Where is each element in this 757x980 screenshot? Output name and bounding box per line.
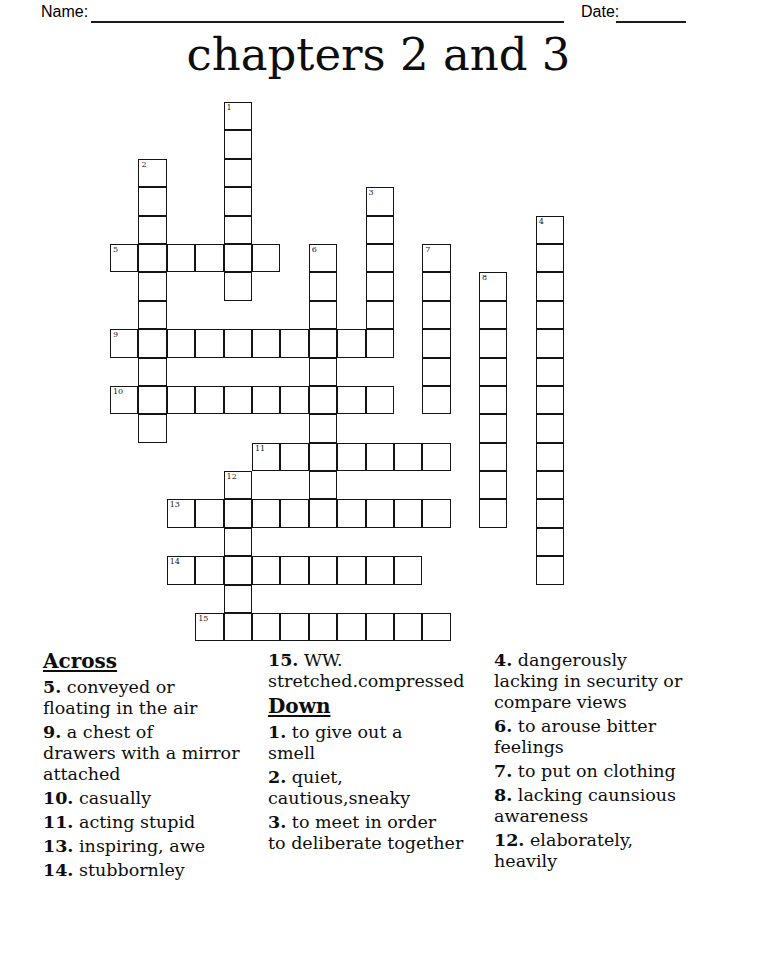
grid-cell[interactable]: [479, 471, 507, 499]
crossword-grid: 123456789101112131415: [110, 102, 564, 641]
grid-cell[interactable]: [536, 301, 564, 329]
clue-text: dangerously lacking in security or compa…: [494, 650, 682, 712]
grid-cell[interactable]: [479, 386, 507, 414]
date-field-line: [616, 3, 686, 23]
clue-number-label: 7.: [494, 761, 512, 781]
grid-cell[interactable]: [309, 272, 337, 300]
clue-item: 13. inspiring, awe: [43, 836, 273, 857]
cell-number: 10: [113, 387, 123, 396]
clues-section: Across5. conveyed or floating in the air…: [0, 650, 757, 950]
grid-cell[interactable]: [167, 329, 195, 357]
clue-text: lacking caunsious awareness: [494, 785, 676, 826]
grid-cell[interactable]: [224, 216, 252, 244]
grid-cell[interactable]: [195, 556, 223, 584]
grid-cell[interactable]: [280, 386, 308, 414]
grid-cell[interactable]: [309, 414, 337, 442]
clue-text: quiet, cautious,sneaky: [268, 767, 410, 808]
grid-cell[interactable]: [337, 386, 365, 414]
grid-cell[interactable]: [422, 272, 450, 300]
grid-cell[interactable]: [138, 329, 166, 357]
grid-cell[interactable]: [422, 443, 450, 471]
grid-cell[interactable]: [224, 585, 252, 613]
grid-cell[interactable]: [309, 471, 337, 499]
clue-text: casually: [73, 788, 151, 808]
clue-heading-across: Across: [43, 650, 273, 672]
clue-number-label: 6.: [494, 716, 512, 736]
grid-cell[interactable]: [366, 244, 394, 272]
grid-cell[interactable]: [280, 556, 308, 584]
cell-number: 9: [113, 330, 118, 339]
grid-cell[interactable]: 10: [110, 386, 138, 414]
cell-number: 1: [227, 103, 232, 112]
clue-number-label: 8.: [494, 785, 512, 805]
grid-cell[interactable]: [536, 358, 564, 386]
grid-cell[interactable]: [337, 613, 365, 641]
grid-cell[interactable]: [536, 471, 564, 499]
grid-cell[interactable]: [138, 244, 166, 272]
clue-number-label: 5.: [43, 677, 61, 697]
grid-cell[interactable]: [422, 301, 450, 329]
grid-cell[interactable]: [479, 499, 507, 527]
clue-text: to arouse bitter feelings: [494, 716, 656, 757]
cell-number: 13: [170, 500, 180, 509]
grid-cell[interactable]: [366, 272, 394, 300]
grid-cell[interactable]: [536, 528, 564, 556]
grid-cell[interactable]: 3: [366, 187, 394, 215]
grid-cell[interactable]: [366, 329, 394, 357]
grid-cell[interactable]: [309, 301, 337, 329]
grid-cell[interactable]: [366, 499, 394, 527]
grid-cell[interactable]: [479, 301, 507, 329]
grid-cell[interactable]: [224, 556, 252, 584]
grid-cell[interactable]: [252, 386, 280, 414]
clue-column: 15. WW. stretched.compressedDown1. to gi…: [268, 650, 486, 857]
grid-cell[interactable]: 8: [479, 272, 507, 300]
grid-cell[interactable]: [195, 499, 223, 527]
grid-cell[interactable]: [138, 187, 166, 215]
cell-number: 11: [255, 444, 265, 453]
grid-cell[interactable]: [394, 499, 422, 527]
clue-item: 10. casually: [43, 788, 273, 809]
cell-number: 12: [227, 472, 237, 481]
clue-text: stubbornley: [73, 860, 184, 880]
cell-number: 8: [482, 273, 487, 282]
clue-number-label: 13.: [43, 836, 73, 856]
grid-cell[interactable]: 1: [224, 102, 252, 130]
grid-cell[interactable]: [366, 301, 394, 329]
clue-text: inspiring, awe: [73, 836, 205, 856]
cell-number: 5: [113, 245, 118, 254]
clue-number-label: 2.: [268, 767, 286, 787]
grid-cell[interactable]: [309, 443, 337, 471]
clue-text: acting stupid: [73, 812, 195, 832]
clue-item: 15. WW. stretched.compressed: [268, 650, 486, 692]
grid-cell[interactable]: [224, 130, 252, 158]
grid-cell[interactable]: 12: [224, 471, 252, 499]
clue-item: 7. to put on clothing: [494, 761, 716, 782]
grid-cell[interactable]: [366, 216, 394, 244]
grid-cell[interactable]: [536, 386, 564, 414]
grid-cell[interactable]: [337, 443, 365, 471]
grid-cell[interactable]: [479, 414, 507, 442]
clue-heading-down: Down: [268, 695, 486, 717]
grid-cell[interactable]: 9: [110, 329, 138, 357]
clue-number-label: 4.: [494, 650, 512, 670]
grid-cell[interactable]: 6: [309, 244, 337, 272]
grid-cell[interactable]: [536, 556, 564, 584]
clue-text: to give out a smell: [268, 722, 402, 763]
clue-item: 4. dangerously lacking in security or co…: [494, 650, 716, 713]
grid-cell[interactable]: [252, 556, 280, 584]
grid-cell[interactable]: [280, 329, 308, 357]
grid-cell[interactable]: 7: [422, 244, 450, 272]
grid-cell[interactable]: [195, 386, 223, 414]
grid-cell[interactable]: [252, 244, 280, 272]
clue-text: to meet in order to deliberate together: [268, 812, 463, 853]
date-label: Date:: [581, 3, 619, 21]
grid-cell[interactable]: [337, 329, 365, 357]
name-label: Name:: [41, 3, 88, 21]
grid-cell[interactable]: [394, 443, 422, 471]
grid-cell[interactable]: 14: [167, 556, 195, 584]
clue-item: 1. to give out a smell: [268, 722, 486, 764]
grid-cell[interactable]: [224, 386, 252, 414]
grid-cell[interactable]: [167, 386, 195, 414]
grid-cell[interactable]: [479, 358, 507, 386]
grid-cell[interactable]: [195, 244, 223, 272]
clue-item: 14. stubbornley: [43, 860, 273, 881]
clue-number-label: 12.: [494, 830, 524, 850]
grid-cell[interactable]: [422, 329, 450, 357]
grid-cell[interactable]: [138, 358, 166, 386]
clue-number-label: 1.: [268, 722, 286, 742]
grid-cell[interactable]: [394, 613, 422, 641]
grid-cell[interactable]: [195, 329, 223, 357]
grid-cell[interactable]: [280, 499, 308, 527]
cell-number: 2: [141, 160, 146, 169]
grid-cell[interactable]: [422, 499, 450, 527]
grid-cell[interactable]: [366, 556, 394, 584]
cell-number: 15: [198, 614, 208, 623]
grid-cell[interactable]: [224, 159, 252, 187]
grid-cell[interactable]: [252, 613, 280, 641]
clue-item: 3. to meet in order to deliberate togeth…: [268, 812, 486, 854]
clue-text: WW. stretched.compressed: [268, 650, 464, 691]
clue-text: to put on clothing: [512, 761, 675, 781]
grid-cell[interactable]: [167, 244, 195, 272]
name-field-line: [91, 3, 564, 23]
clue-number-label: 10.: [43, 788, 73, 808]
clue-item: 5. conveyed or floating in the air: [43, 677, 273, 719]
puzzle-title: chapters 2 and 3: [0, 28, 757, 81]
clue-column: Across5. conveyed or floating in the air…: [43, 650, 273, 884]
grid-cell[interactable]: [422, 386, 450, 414]
grid-cell[interactable]: [309, 556, 337, 584]
grid-cell[interactable]: 13: [167, 499, 195, 527]
grid-cell[interactable]: [280, 443, 308, 471]
grid-cell[interactable]: [138, 386, 166, 414]
grid-cell[interactable]: [536, 244, 564, 272]
grid-cell[interactable]: 11: [252, 443, 280, 471]
grid-cell[interactable]: [224, 244, 252, 272]
cell-number: 14: [170, 557, 180, 566]
clue-number-label: 15.: [268, 650, 298, 670]
grid-cell[interactable]: 4: [536, 216, 564, 244]
clue-item: 6. to arouse bitter feelings: [494, 716, 716, 758]
clue-number-label: 9.: [43, 722, 61, 742]
grid-cell[interactable]: [224, 528, 252, 556]
grid-cell[interactable]: [422, 613, 450, 641]
clue-number-label: 11.: [43, 812, 73, 832]
clue-column: 4. dangerously lacking in security or co…: [494, 650, 716, 875]
grid-cell[interactable]: [366, 443, 394, 471]
grid-cell[interactable]: [224, 272, 252, 300]
grid-cell[interactable]: [309, 386, 337, 414]
clue-item: 2. quiet, cautious,sneaky: [268, 767, 486, 809]
grid-cell[interactable]: [479, 443, 507, 471]
grid-cell[interactable]: [536, 414, 564, 442]
grid-cell[interactable]: [138, 216, 166, 244]
grid-cell[interactable]: [309, 329, 337, 357]
grid-cell[interactable]: [422, 358, 450, 386]
clue-text: conveyed or floating in the air: [43, 677, 197, 718]
grid-cell[interactable]: [536, 329, 564, 357]
grid-cell[interactable]: [309, 358, 337, 386]
grid-cell[interactable]: [138, 301, 166, 329]
grid-cell[interactable]: [280, 613, 308, 641]
clue-item: 12. elaborately, heavily: [494, 830, 716, 872]
grid-cell[interactable]: [479, 329, 507, 357]
grid-cell[interactable]: [138, 414, 166, 442]
grid-cell[interactable]: [309, 499, 337, 527]
crossword-worksheet: { "header": { "name_label": "Name:", "da…: [0, 0, 757, 980]
grid-cell[interactable]: [536, 272, 564, 300]
clue-item: 11. acting stupid: [43, 812, 273, 833]
cell-number: 4: [539, 217, 544, 226]
grid-cell[interactable]: [224, 613, 252, 641]
cell-number: 6: [312, 245, 317, 254]
grid-cell[interactable]: [252, 329, 280, 357]
grid-cell[interactable]: [337, 499, 365, 527]
grid-cell[interactable]: [224, 329, 252, 357]
grid-cell[interactable]: [536, 443, 564, 471]
grid-cell[interactable]: [138, 272, 166, 300]
grid-cell[interactable]: [224, 187, 252, 215]
grid-cell[interactable]: [252, 499, 280, 527]
clue-item: 8. lacking caunsious awareness: [494, 785, 716, 827]
clue-text: a chest of drawers with a mirror attache…: [43, 722, 240, 784]
grid-cell[interactable]: [394, 556, 422, 584]
grid-cell[interactable]: 2: [138, 159, 166, 187]
grid-cell[interactable]: 5: [110, 244, 138, 272]
grid-cell[interactable]: [366, 386, 394, 414]
clue-number-label: 3.: [268, 812, 286, 832]
clue-item: 9. a chest of drawers with a mirror atta…: [43, 722, 273, 785]
cell-number: 3: [369, 188, 374, 197]
cell-number: 7: [425, 245, 430, 254]
grid-cell[interactable]: [337, 556, 365, 584]
grid-cell[interactable]: [309, 613, 337, 641]
grid-cell[interactable]: [536, 499, 564, 527]
grid-cell[interactable]: [366, 613, 394, 641]
grid-cell[interactable]: 15: [195, 613, 223, 641]
grid-cell[interactable]: [224, 499, 252, 527]
clue-number-label: 14.: [43, 860, 73, 880]
